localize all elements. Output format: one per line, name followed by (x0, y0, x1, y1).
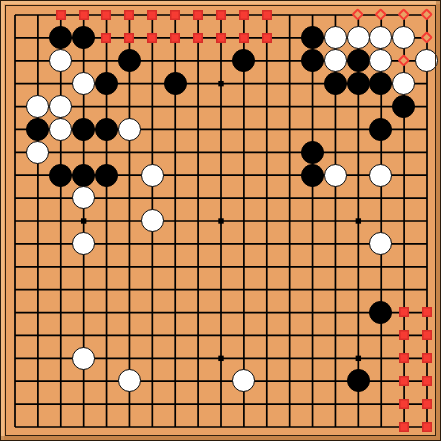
black-stone (232, 49, 255, 72)
red-square-marker (216, 10, 226, 20)
red-square-marker (239, 33, 249, 43)
white-stone (72, 72, 95, 95)
go-board[interactable] (4, 4, 439, 439)
black-stone (72, 118, 95, 141)
black-stone (49, 26, 72, 49)
red-square-marker (193, 33, 203, 43)
white-stone (369, 164, 392, 187)
red-square-marker (56, 10, 66, 20)
black-stone (301, 26, 324, 49)
white-stone (26, 141, 49, 164)
white-stone (26, 95, 49, 118)
black-stone (347, 49, 370, 72)
red-square-marker (170, 33, 180, 43)
red-diamond-marker (374, 8, 387, 21)
black-stone (118, 49, 141, 72)
red-square-marker (124, 10, 134, 20)
go-board-diagram (0, 0, 441, 441)
red-square-marker (422, 399, 432, 409)
red-square-marker (239, 10, 249, 20)
black-stone (369, 301, 392, 324)
white-stone (369, 26, 392, 49)
black-stone (347, 72, 370, 95)
red-square-marker (422, 376, 432, 386)
black-stone (347, 369, 370, 392)
white-stone (141, 209, 164, 232)
black-stone (369, 118, 392, 141)
red-square-marker (422, 422, 432, 432)
white-stone (369, 49, 392, 72)
white-stone (141, 164, 164, 187)
white-stone (369, 232, 392, 255)
white-stone (72, 186, 95, 209)
white-stone (347, 26, 370, 49)
white-stone (392, 26, 415, 49)
red-diamond-marker (397, 54, 410, 67)
red-square-marker (147, 33, 157, 43)
red-square-marker (101, 10, 111, 20)
black-stone (301, 164, 324, 187)
black-stone (392, 95, 415, 118)
red-square-marker (101, 33, 111, 43)
red-diamond-marker (351, 8, 364, 21)
white-stone (118, 369, 141, 392)
red-square-marker (262, 33, 272, 43)
red-square-marker (422, 330, 432, 340)
white-stone (324, 26, 347, 49)
red-square-marker (422, 353, 432, 363)
black-stone (369, 72, 392, 95)
red-square-marker (399, 330, 409, 340)
red-diamond-marker (420, 31, 433, 44)
white-stone (49, 118, 72, 141)
white-stone (72, 347, 95, 370)
white-stone (324, 164, 347, 187)
black-stone (49, 164, 72, 187)
white-stone (49, 49, 72, 72)
white-stone (72, 232, 95, 255)
white-stone (324, 49, 347, 72)
red-square-marker (79, 10, 89, 20)
white-stone (415, 49, 438, 72)
red-square-marker (399, 353, 409, 363)
black-stone (301, 49, 324, 72)
red-square-marker (124, 33, 134, 43)
black-stone (301, 141, 324, 164)
red-square-marker (147, 10, 157, 20)
red-square-marker (216, 33, 226, 43)
white-stone (118, 118, 141, 141)
red-square-marker (193, 10, 203, 20)
white-stone (392, 72, 415, 95)
black-stone (95, 72, 118, 95)
red-square-marker (262, 10, 272, 20)
black-stone (164, 72, 187, 95)
red-square-marker (422, 307, 432, 317)
black-stone (95, 118, 118, 141)
red-square-marker (399, 399, 409, 409)
red-square-marker (170, 10, 180, 20)
black-stone (26, 118, 49, 141)
black-stone (95, 164, 118, 187)
black-stone (324, 72, 347, 95)
red-square-marker (399, 376, 409, 386)
red-diamond-marker (420, 8, 433, 21)
black-stone (72, 26, 95, 49)
black-stone (72, 164, 95, 187)
white-stone (232, 369, 255, 392)
red-square-marker (399, 307, 409, 317)
red-diamond-marker (397, 8, 410, 21)
red-square-marker (399, 422, 409, 432)
white-stone (49, 95, 72, 118)
